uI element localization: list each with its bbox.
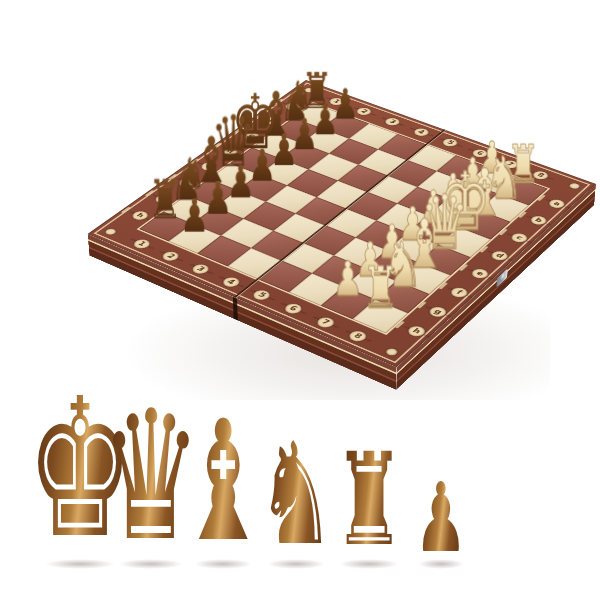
scroll-ornament-icon: §: [217, 275, 226, 280]
light-rook-piece: ♜: [362, 259, 399, 316]
chess-board-perspective-wrapper: §1§§2§§3§§4§§5§§6§§7§§8§ §1§§2§§3§§4§§5§…: [164, 26, 529, 391]
scroll-ornament-icon: §: [206, 270, 215, 275]
scroll-ornament-icon: §: [187, 263, 196, 268]
coordinate-label: 8: [347, 329, 370, 343]
coordinate-label: d: [489, 249, 510, 262]
scroll-ornament-icon: §: [408, 127, 416, 131]
scroll-ornament-icon: §: [279, 302, 288, 307]
product-photo: §1§§2§§3§§4§§5§§6§§7§§8§ §1§§2§§3§§4§§5§…: [0, 0, 600, 600]
scroll-ornament-icon: §: [423, 305, 432, 310]
scroll-ornament-icon: §: [543, 198, 552, 202]
dark-rook-piece: ♜: [148, 172, 183, 226]
coordinate-label: 5: [251, 288, 273, 301]
scroll-ornament-icon: §: [397, 123, 405, 127]
scroll-ornament-icon: §: [127, 210, 135, 214]
board-square: ♜: [353, 300, 408, 333]
scroll-ornament-icon: §: [445, 286, 454, 291]
scroll-ornament-icon: §: [299, 310, 308, 315]
board-frame: §1§§2§§3§§4§§5§§6§§7§§8§ §1§§2§§3§§4§§5§…: [88, 80, 597, 367]
scroll-ornament-icon: §: [546, 177, 555, 181]
coordinate-label: 4: [220, 275, 242, 288]
loose-rook-glyph: ♜: [333, 437, 405, 565]
corner-medallion: [568, 182, 581, 190]
loose-knight-glyph: ♞: [257, 424, 336, 565]
scroll-ornament-icon: §: [485, 250, 494, 254]
scroll-ornament-icon: §: [343, 329, 352, 334]
scroll-ornament-icon: §: [402, 325, 411, 330]
coordinate-label: 6: [282, 302, 305, 315]
coordinate-label: 2: [160, 250, 182, 263]
coordinate-label: 3: [383, 116, 402, 126]
coordinate-label: 7: [314, 315, 337, 329]
scroll-ornament-icon: §: [248, 289, 257, 294]
coordinate-label: 5: [441, 137, 461, 148]
board-square: [221, 219, 273, 249]
coordinate-label: 1: [131, 238, 153, 250]
scroll-ornament-icon: §: [311, 315, 320, 320]
coordinate-label: a: [547, 198, 567, 210]
coordinate-label: 4: [412, 127, 432, 137]
scroll-ornament-icon: §: [267, 297, 276, 302]
scroll-ornament-icon: §: [380, 117, 388, 121]
folding-chess-board: §1§§2§§3§§4§§5§§6§§7§§8§ §1§§2§§3§§4§§5§…: [88, 80, 597, 367]
coordinate-label: 3: [190, 262, 212, 275]
scroll-ornament-icon: §: [331, 324, 340, 329]
scroll-ornament-icon: §: [524, 215, 533, 219]
coordinate-label: f: [448, 286, 470, 299]
coordinate-label: g: [427, 305, 449, 319]
scroll-ornament-icon: §: [369, 113, 377, 117]
coordinate-label: c: [509, 232, 530, 244]
coordinate-label: e: [469, 267, 491, 280]
coordinate-label: h: [405, 324, 428, 338]
scroll-ornament-icon: §: [437, 137, 445, 141]
scroll-ornament-icon: §: [158, 250, 167, 254]
scroll-ornament-icon: §: [176, 258, 185, 262]
scroll-ornament-icon: §: [364, 338, 373, 343]
scroll-ornament-icon: §: [129, 238, 138, 242]
light-pawn-piece: ♟: [333, 255, 364, 303]
corner-medallion: [103, 228, 117, 236]
coordinate-label: b: [528, 215, 549, 227]
corner-medallion: [384, 347, 399, 357]
scroll-ornament-icon: §: [465, 268, 474, 273]
scroll-ornament-icon: §: [147, 245, 156, 249]
scroll-ornament-icon: §: [505, 232, 514, 236]
loose-pawn-glyph: ♟: [414, 469, 468, 565]
dark-pawn-piece: ♟: [180, 193, 209, 239]
